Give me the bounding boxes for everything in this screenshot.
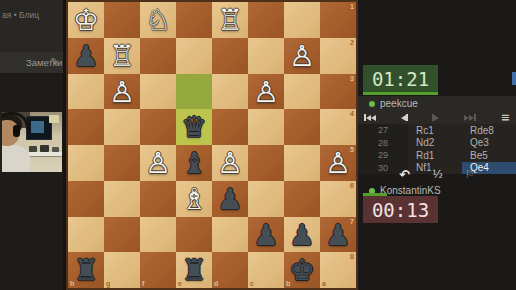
square-h4[interactable] xyxy=(68,109,104,145)
square-e3[interactable] xyxy=(176,74,212,110)
rank-label-7: 7 xyxy=(350,218,354,225)
square-b5[interactable] xyxy=(284,145,320,181)
lichess-game-screen: ая • Блиц Заметки ✎ ♔♘♖1♟♖♙2♙♙3♛4♙♝♙♙5♗♟ xyxy=(0,0,516,290)
square-b8[interactable]: ♚b xyxy=(284,252,320,288)
square-f6[interactable] xyxy=(140,181,176,217)
square-a4[interactable]: 4 xyxy=(320,109,356,145)
move-row-29: 29Rd1Be5 xyxy=(358,149,516,162)
move-row-28: 28Nd2Qe3 xyxy=(358,137,516,150)
menu-icon[interactable]: ≡ xyxy=(501,113,510,122)
move-list: 27Rc1Rde828Nd2Qe329Rd1Be530Nf1Qe4 xyxy=(358,124,516,174)
square-f8[interactable]: f xyxy=(140,252,176,288)
square-e2[interactable] xyxy=(176,38,212,74)
square-d7[interactable] xyxy=(212,217,248,253)
game-info-block: ая • Блиц xyxy=(0,0,63,52)
rank-label-5: 5 xyxy=(350,146,354,153)
file-label-c: c xyxy=(250,280,254,287)
white-pawn-g3: ♙ xyxy=(104,74,140,110)
white-knight-f1: ♘ xyxy=(140,2,176,38)
square-h6[interactable] xyxy=(68,181,104,217)
webcam-shelf xyxy=(26,152,62,156)
square-b3[interactable] xyxy=(284,74,320,110)
move-number: 29 xyxy=(358,149,408,162)
move-number: 27 xyxy=(358,124,408,137)
square-f7[interactable] xyxy=(140,217,176,253)
white-pawn-c3: ♙ xyxy=(248,74,284,110)
move-row-27: 27Rc1Rde8 xyxy=(358,124,516,137)
panel-edge-button[interactable] xyxy=(512,72,516,85)
webcam-person-shirt xyxy=(0,145,30,172)
chess-board[interactable]: ♔♘♖1♟♖♙2♙♙3♛4♙♝♙♙5♗♟6♟♟♟7♜hgf♜edc♚b8a xyxy=(66,0,358,290)
move-black-27[interactable]: Rde8 xyxy=(462,124,516,137)
square-f2[interactable] xyxy=(140,38,176,74)
square-g8[interactable]: g xyxy=(104,252,140,288)
white-bishop-e6: ♗ xyxy=(176,181,212,217)
square-b7[interactable]: ♟ xyxy=(284,217,320,253)
rank-label-2: 2 xyxy=(350,39,354,46)
pencil-icon: ✎ xyxy=(51,56,59,67)
online-dot xyxy=(369,101,375,107)
square-c8[interactable]: c xyxy=(248,252,284,288)
square-a6[interactable]: 6 xyxy=(320,181,356,217)
square-d8[interactable]: d xyxy=(212,252,248,288)
square-c1[interactable] xyxy=(248,2,284,38)
rank-label-3: 3 xyxy=(350,75,354,82)
square-e6[interactable]: ♗ xyxy=(176,181,212,217)
square-d2[interactable] xyxy=(212,38,248,74)
notes-tab[interactable]: Заметки ✎ xyxy=(0,52,63,73)
move-black-28[interactable]: Qe3 xyxy=(462,137,516,150)
move-white-28[interactable]: Nd2 xyxy=(408,137,462,150)
white-pawn-b2: ♙ xyxy=(284,38,320,74)
black-queen-e4: ♛ xyxy=(176,109,212,145)
player-top-name: peekcue xyxy=(380,98,418,109)
square-a8[interactable]: 8a xyxy=(320,252,356,288)
square-a7[interactable]: ♟7 xyxy=(320,217,356,253)
move-white-27[interactable]: Rc1 xyxy=(408,124,462,137)
square-a5[interactable]: ♙5 xyxy=(320,145,356,181)
square-h5[interactable] xyxy=(68,145,104,181)
square-e1[interactable] xyxy=(176,2,212,38)
white-pawn-d5: ♙ xyxy=(212,145,248,181)
webcam-feed xyxy=(0,112,62,172)
square-e4[interactable]: ♛ xyxy=(176,109,212,145)
square-c4[interactable] xyxy=(248,109,284,145)
game-panel: 01:21 peekcue ≡ 27Rc1Rde828Nd2Qe329Rd1Be… xyxy=(358,0,516,290)
square-c5[interactable] xyxy=(248,145,284,181)
square-f1[interactable]: ♘ xyxy=(140,2,176,38)
webcam-edge xyxy=(0,112,2,172)
square-h2[interactable]: ♟ xyxy=(68,38,104,74)
previous-move-button[interactable] xyxy=(401,113,408,122)
webcam-monitor-screen xyxy=(31,121,44,133)
square-d3[interactable] xyxy=(212,74,248,110)
white-king-h1: ♔ xyxy=(68,2,104,38)
white-rook-g2: ♖ xyxy=(104,38,140,74)
square-b4[interactable] xyxy=(284,109,320,145)
square-h3[interactable] xyxy=(68,74,104,110)
square-d4[interactable] xyxy=(212,109,248,145)
webcam-headphones-earcup xyxy=(13,125,20,137)
file-label-g: g xyxy=(106,280,110,287)
black-pawn-h2: ♟ xyxy=(68,38,104,74)
webcam-wall-note xyxy=(49,115,59,123)
rank-label-6: 6 xyxy=(350,182,354,189)
file-label-e: e xyxy=(178,280,182,287)
square-e8[interactable]: ♜e xyxy=(176,252,212,288)
game-action-buttons: ↶ ½ ⚐ xyxy=(358,168,516,182)
rank-label-4: 4 xyxy=(350,110,354,117)
game-meta-text: ая • Блиц xyxy=(2,10,39,20)
square-c7[interactable]: ♟ xyxy=(248,217,284,253)
black-pawn-d6: ♟ xyxy=(212,181,248,217)
file-label-a: a xyxy=(322,280,326,287)
takeback-icon[interactable]: ↶ xyxy=(399,168,410,182)
first-move-button[interactable] xyxy=(364,113,376,122)
file-label-f: f xyxy=(142,280,144,287)
move-black-29[interactable]: Be5 xyxy=(462,149,516,162)
square-g2[interactable]: ♖ xyxy=(104,38,140,74)
black-pawn-c7: ♟ xyxy=(248,217,284,253)
left-sidebar: ая • Блиц Заметки ✎ xyxy=(0,0,63,290)
move-nav-bar: ≡ xyxy=(358,111,516,124)
player-top-row[interactable]: peekcue xyxy=(358,96,516,111)
square-d6[interactable]: ♟ xyxy=(212,181,248,217)
square-c3[interactable]: ♙ xyxy=(248,74,284,110)
next-move-button[interactable] xyxy=(432,113,439,122)
webcam-shelf-item xyxy=(40,145,49,152)
square-g3[interactable]: ♙ xyxy=(104,74,140,110)
offer-draw-button[interactable]: ½ xyxy=(432,168,443,182)
square-g6[interactable] xyxy=(104,181,140,217)
square-f3[interactable] xyxy=(140,74,176,110)
white-pawn-f5: ♙ xyxy=(140,145,176,181)
white-rook-d1: ♖ xyxy=(212,2,248,38)
file-label-h: h xyxy=(70,280,74,287)
square-g4[interactable] xyxy=(104,109,140,145)
square-f4[interactable] xyxy=(140,109,176,145)
resign-flag-icon[interactable]: ⚐ xyxy=(465,168,475,182)
file-label-d: d xyxy=(214,280,218,287)
square-h8[interactable]: ♜h xyxy=(68,252,104,288)
square-c6[interactable] xyxy=(248,181,284,217)
square-g5[interactable] xyxy=(104,145,140,181)
black-bishop-e5: ♝ xyxy=(176,145,212,181)
square-d1[interactable]: ♖ xyxy=(212,2,248,38)
white-time-bar xyxy=(363,92,438,95)
square-a2[interactable]: 2 xyxy=(320,38,356,74)
square-b2[interactable]: ♙ xyxy=(284,38,320,74)
black-clock: 00:13 xyxy=(363,196,438,223)
square-a3[interactable]: 3 xyxy=(320,74,356,110)
square-e5[interactable]: ♝ xyxy=(176,145,212,181)
black-pawn-b7: ♟ xyxy=(284,217,320,253)
square-a1[interactable]: 1 xyxy=(320,2,356,38)
square-h1[interactable]: ♔ xyxy=(68,2,104,38)
move-white-29[interactable]: Rd1 xyxy=(408,149,462,162)
move-number: 28 xyxy=(358,137,408,150)
square-h7[interactable] xyxy=(68,217,104,253)
white-clock: 01:21 xyxy=(363,65,438,92)
square-f5[interactable]: ♙ xyxy=(140,145,176,181)
square-e7[interactable] xyxy=(176,217,212,253)
square-b6[interactable] xyxy=(284,181,320,217)
square-g7[interactable] xyxy=(104,217,140,253)
file-label-b: b xyxy=(286,280,290,287)
last-move-button[interactable] xyxy=(464,113,476,122)
rank-label-8: 8 xyxy=(350,253,354,260)
square-d5[interactable]: ♙ xyxy=(212,145,248,181)
square-g1[interactable] xyxy=(104,2,140,38)
player-bottom-name: KonstantinKS xyxy=(380,185,441,196)
rank-label-1: 1 xyxy=(350,3,354,10)
square-c2[interactable] xyxy=(248,38,284,74)
square-b1[interactable] xyxy=(284,2,320,38)
